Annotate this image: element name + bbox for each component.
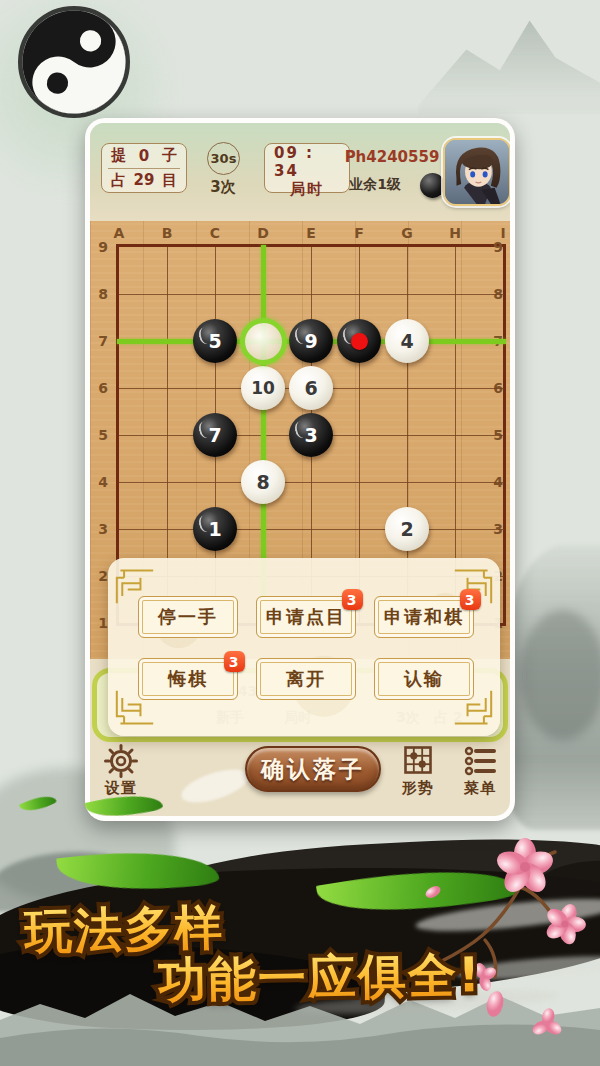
stone-E7-black: 9 <box>289 319 333 363</box>
move-number: 6 <box>304 377 317 399</box>
stone-E5-black: 3 <box>289 413 333 457</box>
territory-label: 占 <box>111 171 126 190</box>
mountain-right-shade <box>520 610 600 740</box>
mountain-top-right <box>418 10 600 114</box>
column-label: E <box>303 225 319 241</box>
avatar[interactable] <box>443 138 510 206</box>
move-number: 5 <box>208 330 221 352</box>
move-number: 10 <box>251 378 275 398</box>
situation-button[interactable]: 形势 <box>393 744 443 798</box>
resign-label: 认输 <box>404 667 444 691</box>
row-label-left: 4 <box>94 474 112 490</box>
request-counting-button[interactable]: 申请点目 3 <box>256 596 356 638</box>
row-label-right: 9 <box>489 239 507 255</box>
move-number: 7 <box>208 424 221 446</box>
player-name: Ph4240559 <box>340 148 444 166</box>
move-number: 4 <box>400 330 413 352</box>
column-label: B <box>159 225 175 241</box>
pass-label: 停一手 <box>158 605 218 629</box>
player-stone-color-black <box>420 173 445 198</box>
byoyomi-periods: 3次 <box>199 178 247 197</box>
column-label: H <box>447 225 463 241</box>
request-draw-label: 申请和棋 <box>384 605 464 629</box>
confirm-move-label: 确认落子 <box>261 754 365 785</box>
gear-icon <box>104 744 138 778</box>
game-window: 提 0 子 占 29 目 30s 3次 09 : 34 <box>85 118 515 821</box>
grid-line-horizontal <box>119 529 504 530</box>
settings-button[interactable]: 设置 <box>96 744 146 798</box>
move-number: 9 <box>304 330 317 352</box>
territory-value: 29 <box>134 171 155 189</box>
leave-label: 离开 <box>286 667 326 691</box>
menu-button[interactable]: 菜单 <box>455 744 505 798</box>
captures-label: 提 <box>111 146 126 165</box>
banner-line2-text: 功能一应俱全! <box>157 943 482 1013</box>
main-time-value: 09 : 34 <box>265 144 349 180</box>
draw-badge: 3 <box>460 589 481 610</box>
pending-move-ghost-stone-D7[interactable] <box>240 318 287 365</box>
byoyomi-time: 30s <box>211 151 237 166</box>
capture-territory-box: 提 0 子 占 29 目 <box>101 143 187 193</box>
game-actions-dialog: 停一手 申请点目 3 申请和棋 3 悔棋 3 离开 认输 <box>108 558 500 736</box>
byoyomi-timer: 30s <box>207 142 240 175</box>
move-number: 1 <box>208 518 221 540</box>
row-label-left: 5 <box>94 427 112 443</box>
stone-C7-black: 5 <box>193 319 237 363</box>
top-player-header: 提 0 子 占 29 目 30s 3次 09 : 34 <box>90 123 510 221</box>
grid-line-horizontal <box>119 294 504 295</box>
move-number: 3 <box>304 424 317 446</box>
undo-badge: 3 <box>224 651 245 672</box>
move-number: 2 <box>400 518 413 540</box>
row-label-left: 7 <box>94 333 112 349</box>
territory-unit: 目 <box>162 171 177 190</box>
player-rank: 业余1级 <box>330 176 420 194</box>
row-label-left: 6 <box>94 380 112 396</box>
column-label: C <box>207 225 223 241</box>
situation-label: 形势 <box>402 779 434 798</box>
yinyang-icon <box>18 6 130 118</box>
row-label-left: 3 <box>94 521 112 537</box>
column-label: F <box>351 225 367 241</box>
app-screen: 提 0 子 占 29 目 30s 3次 09 : 34 <box>0 0 600 1066</box>
confirm-move-button[interactable]: 确认落子 <box>245 746 381 792</box>
stone-C3-black: 1 <box>193 507 237 551</box>
menu-list-icon <box>463 744 497 778</box>
row-label-left: 8 <box>94 286 112 302</box>
menu-label: 菜单 <box>464 779 496 798</box>
last-move-red-dot-marker <box>351 333 368 350</box>
undo-button[interactable]: 悔棋 3 <box>138 658 238 700</box>
mini-board-icon <box>401 744 435 778</box>
undo-label: 悔棋 <box>168 667 208 691</box>
resign-button[interactable]: 认输 <box>374 658 474 700</box>
stone-F7-black <box>337 319 381 363</box>
stone-G7-white: 4 <box>385 319 429 363</box>
captures-unit: 子 <box>162 146 177 165</box>
move-number: 8 <box>256 471 269 493</box>
request-counting-label: 申请点目 <box>266 605 346 629</box>
column-label: D <box>255 225 271 241</box>
pass-button[interactable]: 停一手 <box>138 596 238 638</box>
territory-row: 占 29 目 <box>102 169 186 193</box>
column-label: G <box>399 225 415 241</box>
stone-D4-white: 8 <box>241 460 285 504</box>
banner-line2: 功能一应俱全! 功能一应俱全! <box>157 943 482 1013</box>
column-label: A <box>111 225 127 241</box>
row-label-left: 9 <box>94 239 112 255</box>
magnolia-flowers <box>425 812 600 1047</box>
counting-badge: 3 <box>342 589 363 610</box>
captures-row: 提 0 子 <box>102 144 186 168</box>
leave-button[interactable]: 离开 <box>256 658 356 700</box>
settings-label: 设置 <box>105 779 137 798</box>
stone-E6-white: 6 <box>289 366 333 410</box>
request-draw-button[interactable]: 申请和棋 3 <box>374 596 474 638</box>
stone-D6-white: 10 <box>241 366 285 410</box>
stone-G3-white: 2 <box>385 507 429 551</box>
petal-decoration <box>178 763 253 809</box>
grid-line-horizontal <box>119 482 504 483</box>
captures-value: 0 <box>139 147 149 165</box>
stone-C5-black: 7 <box>193 413 237 457</box>
